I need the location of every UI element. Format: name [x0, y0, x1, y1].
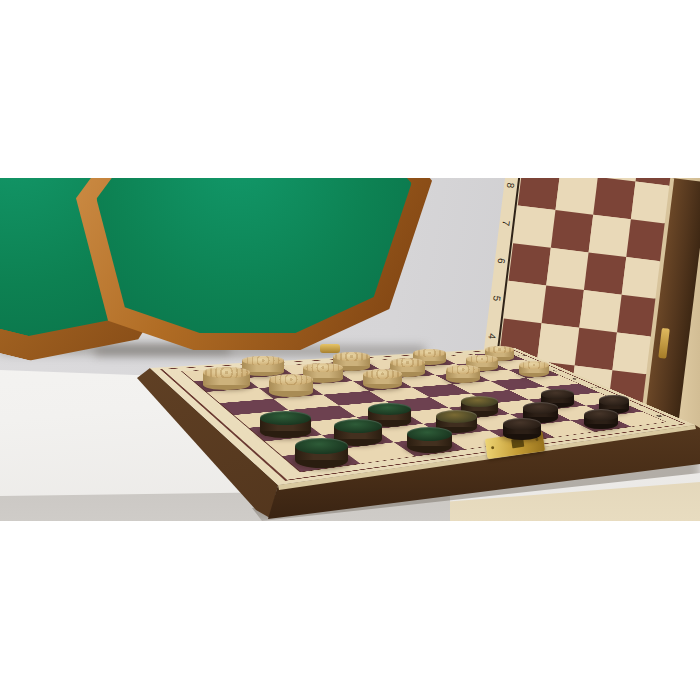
checker-piece-light	[203, 367, 250, 390]
piece-top	[333, 352, 370, 361]
piece-top	[436, 410, 477, 422]
piece-top	[599, 395, 630, 405]
photograph: 876543 12345678	[0, 178, 700, 521]
piece-top	[413, 349, 446, 357]
piece-top	[295, 438, 348, 454]
photo-letterbox: 876543 12345678	[0, 0, 700, 700]
piece-top	[466, 355, 498, 363]
piece-top	[519, 361, 549, 369]
piece-top	[446, 365, 480, 374]
piece-top	[523, 402, 558, 413]
checker-piece-light	[363, 369, 402, 389]
checker-piece-green	[407, 427, 452, 453]
piece-top	[203, 367, 250, 378]
checker-piece-light	[519, 361, 549, 377]
piece-top	[503, 418, 541, 431]
piece-top	[485, 346, 515, 354]
piece-top	[541, 389, 574, 399]
checker-piece-brown	[584, 409, 617, 429]
checker-piece-green	[260, 411, 311, 438]
piece-top	[461, 396, 499, 407]
checkers-pieces-layer	[0, 178, 700, 521]
checker-piece-light	[446, 365, 480, 383]
piece-top	[584, 409, 617, 420]
checker-piece-brown	[503, 418, 541, 441]
checker-piece-light	[269, 374, 313, 396]
checker-piece-green	[295, 438, 348, 468]
